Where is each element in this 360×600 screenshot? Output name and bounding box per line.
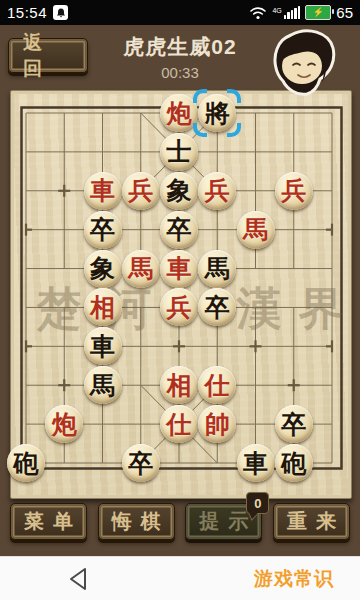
control-bar: 菜单 悔棋 提示 0 重来: [10, 503, 350, 540]
game-timer: 00:33: [90, 64, 270, 81]
piece-red-兵[interactable]: 兵: [122, 172, 160, 210]
svg-text:界: 界: [298, 282, 344, 335]
piece-black-馬[interactable]: 馬: [84, 366, 122, 404]
piece-black-卒[interactable]: 卒: [160, 211, 198, 249]
app-screen: 15:54 4G ⚡ 65 返回 虎虎生威02 00:33: [0, 0, 360, 600]
charging-bolt-icon: ⚡: [313, 8, 324, 17]
piece-red-相[interactable]: 相: [160, 366, 198, 404]
undo-button[interactable]: 悔棋: [98, 503, 175, 540]
piece-black-馬[interactable]: 馬: [198, 250, 236, 288]
piece-red-馬[interactable]: 馬: [122, 250, 160, 288]
piece-black-卒[interactable]: 卒: [122, 444, 160, 482]
piece-black-車[interactable]: 車: [237, 444, 275, 482]
piece-black-象[interactable]: 象: [84, 250, 122, 288]
battery-icon: ⚡: [305, 5, 331, 20]
piece-black-卒[interactable]: 卒: [275, 405, 313, 443]
alarm-bell-icon: [53, 5, 68, 20]
piece-red-相[interactable]: 相: [84, 288, 122, 326]
wifi-icon: [249, 6, 267, 20]
watermark-text: 游戏常识: [254, 566, 334, 592]
piece-black-卒[interactable]: 卒: [84, 211, 122, 249]
piece-red-車[interactable]: 車: [84, 172, 122, 210]
hint-count-badge: 0: [246, 492, 269, 514]
piece-black-砲[interactable]: 砲: [275, 444, 313, 482]
restart-button[interactable]: 重来: [273, 503, 350, 540]
piece-red-仕[interactable]: 仕: [160, 405, 198, 443]
level-title: 虎虎生威02: [90, 33, 270, 61]
svg-text:楚: 楚: [36, 282, 82, 335]
xiangqi-board[interactable]: 楚河漢界 炮將士車兵象兵兵卒卒馬象馬車馬相兵卒車馬相仕炮仕帥卒砲卒車砲: [10, 90, 352, 499]
nav-back-icon[interactable]: [66, 566, 92, 592]
clock-time: 15:54: [7, 4, 47, 21]
network-type-label: 4G: [272, 7, 281, 14]
battery-percent: 65: [336, 4, 353, 21]
svg-text:漢: 漢: [236, 282, 282, 335]
header: 返回 虎虎生威02 00:33: [0, 25, 360, 90]
piece-black-象[interactable]: 象: [160, 172, 198, 210]
piece-black-士[interactable]: 士: [160, 133, 198, 171]
status-bar: 15:54 4G ⚡ 65: [0, 0, 360, 25]
piece-red-兵[interactable]: 兵: [275, 172, 313, 210]
menu-button[interactable]: 菜单: [10, 503, 87, 540]
piece-black-車[interactable]: 車: [84, 327, 122, 365]
hint-button-wrap: 提示 0: [185, 503, 262, 540]
piece-red-兵[interactable]: 兵: [198, 172, 236, 210]
android-nav-bar: 游戏常识: [0, 556, 360, 600]
piece-red-炮[interactable]: 炮: [160, 94, 198, 132]
piece-red-車[interactable]: 車: [160, 250, 198, 288]
back-button[interactable]: 返回: [8, 38, 88, 73]
piece-red-馬[interactable]: 馬: [237, 211, 275, 249]
opponent-avatar: [267, 28, 347, 98]
piece-black-砲[interactable]: 砲: [7, 444, 45, 482]
status-icons: 4G ⚡ 65: [249, 4, 353, 21]
piece-black-將[interactable]: 將: [198, 94, 236, 132]
signal-bars-icon: [284, 6, 301, 19]
